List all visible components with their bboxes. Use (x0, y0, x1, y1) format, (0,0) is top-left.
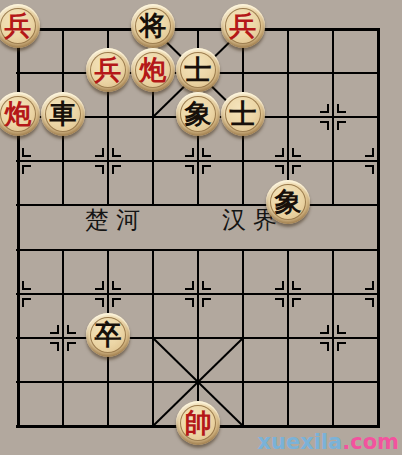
piece-red-炮[interactable]: 炮 (0, 92, 40, 136)
piece-glyph: 兵 (86, 48, 130, 92)
watermark-site-name: xuexila (257, 430, 342, 454)
pieces-layer: 兵将兵兵炮士炮車象士象卒帥 (0, 0, 402, 455)
piece-black-車[interactable]: 車 (41, 92, 85, 136)
piece-glyph: 炮 (131, 48, 175, 92)
piece-red-炮[interactable]: 炮 (131, 48, 175, 92)
piece-black-卒[interactable]: 卒 (86, 313, 130, 357)
piece-black-将[interactable]: 将 (131, 4, 175, 48)
piece-glyph: 兵 (221, 4, 265, 48)
piece-glyph: 卒 (86, 313, 130, 357)
xiangqi-board: 楚河 汉界 兵将兵兵炮士炮車象士象卒帥 xuexila.com (0, 0, 402, 455)
piece-glyph: 象 (266, 180, 310, 224)
watermark-domain-suffix: .com (342, 430, 399, 454)
piece-glyph: 兵 (0, 4, 40, 48)
piece-glyph: 士 (176, 48, 220, 92)
piece-black-象[interactable]: 象 (176, 92, 220, 136)
piece-red-兵[interactable]: 兵 (86, 48, 130, 92)
piece-glyph: 車 (41, 92, 85, 136)
piece-black-象[interactable]: 象 (266, 180, 310, 224)
watermark: xuexila.com (257, 430, 399, 454)
piece-glyph: 将 (131, 4, 175, 48)
piece-glyph: 炮 (0, 92, 40, 136)
piece-glyph: 象 (176, 92, 220, 136)
piece-glyph: 士 (221, 92, 265, 136)
piece-red-兵[interactable]: 兵 (221, 4, 265, 48)
piece-red-帥[interactable]: 帥 (176, 401, 220, 445)
piece-red-兵[interactable]: 兵 (0, 4, 40, 48)
piece-black-士[interactable]: 士 (221, 92, 265, 136)
piece-black-士[interactable]: 士 (176, 48, 220, 92)
piece-glyph: 帥 (176, 401, 220, 445)
